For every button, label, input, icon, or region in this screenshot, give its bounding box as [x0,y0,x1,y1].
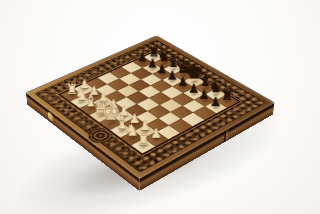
black-pawn-icon: ♟ [188,83,199,95]
black-pawn-icon: ♟ [199,89,210,101]
photo-stage: ♜♟♟♜♞♟♟♞♝♟♟♝♛♟♟♛♚♟♟♚♝♟♟♝♞♟♟♞♜♟♟♜ [0,0,320,214]
black-pawn-icon: ♟ [211,96,222,108]
black-pawn-icon: ♟ [167,70,177,82]
black-pawn-icon: ♟ [178,76,189,88]
board-top: ♜♟♟♜♞♟♟♞♝♟♟♝♛♟♟♛♚♟♟♚♝♟♟♝♞♟♟♞♜♟♟♜ [26,36,274,179]
black-pawn-icon: ♟ [157,64,167,75]
brass-latch-icon [47,111,54,123]
black-pawn-icon: ♟ [138,52,148,63]
white-pawn-icon: ♟ [150,127,162,140]
white-rook-icon: ♜ [136,132,150,147]
chess-box: ♜♟♟♜♞♟♟♞♝♟♟♝♛♟♟♛♚♟♟♚♝♟♟♝♞♟♟♞♜♟♟♜ [26,36,274,179]
black-rook-icon: ♜ [221,88,234,102]
scene: ♜♟♟♜♞♟♟♞♝♟♟♝♛♟♟♛♚♟♟♚♝♟♟♝♞♟♟♞♜♟♟♜ [0,0,320,214]
